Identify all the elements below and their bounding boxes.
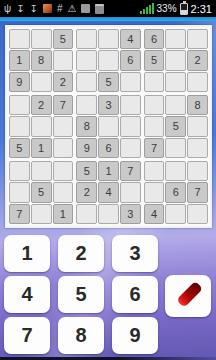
cell-r8c4[interactable]: 2 xyxy=(76,182,97,202)
numpad-key-4[interactable]: 4 xyxy=(4,276,50,313)
eraser-icon xyxy=(174,282,202,310)
cell-r8c2[interactable]: 5 xyxy=(31,182,52,202)
numpad-key-5[interactable]: 5 xyxy=(58,276,104,313)
cell-r8c5[interactable]: 4 xyxy=(98,182,119,202)
cell-r2c8[interactable] xyxy=(165,50,186,70)
cell-r1c6[interactable]: 4 xyxy=(120,29,141,49)
download-icon: ↧ xyxy=(30,0,38,17)
signal-icon xyxy=(140,3,154,14)
cell-r6c7[interactable]: 7 xyxy=(144,138,165,158)
numpad-key-9[interactable]: 9 xyxy=(112,317,158,354)
battery-icon xyxy=(180,3,188,15)
cell-r9c7[interactable]: 4 xyxy=(144,204,165,224)
cell-r2c9[interactable]: 2 xyxy=(187,50,208,70)
cell-r6c8[interactable] xyxy=(165,138,186,158)
cell-r5c9[interactable] xyxy=(187,116,208,136)
cell-r7c4[interactable]: 5 xyxy=(76,161,97,181)
numpad-key-6[interactable]: 6 xyxy=(112,276,158,313)
cell-r4c9[interactable]: 8 xyxy=(187,95,208,115)
cell-r5c1[interactable] xyxy=(9,116,30,136)
sudoku-board: 5189246565227513896857571517243674 xyxy=(5,25,212,228)
cell-r1c3[interactable]: 5 xyxy=(53,29,74,49)
cell-r3c1[interactable]: 9 xyxy=(9,72,30,92)
cell-r8c8[interactable]: 6 xyxy=(165,182,186,202)
cell-r8c7[interactable] xyxy=(144,182,165,202)
cell-r8c1[interactable] xyxy=(9,182,30,202)
cell-r4c3[interactable]: 7 xyxy=(53,95,74,115)
clipboard-icon xyxy=(95,4,104,14)
cell-r1c4[interactable] xyxy=(76,29,97,49)
cell-r9c5[interactable] xyxy=(98,204,119,224)
eraser-button[interactable] xyxy=(165,275,211,317)
block-1-3: 652 xyxy=(144,29,208,92)
block-3-1: 571 xyxy=(9,161,73,224)
block-3-3: 674 xyxy=(144,161,208,224)
cell-r1c9[interactable] xyxy=(187,29,208,49)
cell-r9c2[interactable] xyxy=(31,204,52,224)
cell-r8c6[interactable] xyxy=(120,182,141,202)
cell-r3c5[interactable]: 5 xyxy=(98,72,119,92)
cell-r1c8[interactable] xyxy=(165,29,186,49)
cell-r5c7[interactable] xyxy=(144,116,165,136)
cell-r2c7[interactable]: 5 xyxy=(144,50,165,70)
cell-r6c2[interactable]: 1 xyxy=(31,138,52,158)
cell-r6c3[interactable] xyxy=(53,138,74,158)
cell-r9c6[interactable]: 3 xyxy=(120,204,141,224)
clock: 2:31 xyxy=(191,3,212,15)
cell-r3c9[interactable] xyxy=(187,72,208,92)
cell-r2c4[interactable] xyxy=(76,50,97,70)
cell-r3c4[interactable] xyxy=(76,72,97,92)
cell-r4c8[interactable] xyxy=(165,95,186,115)
cell-r6c4[interactable]: 9 xyxy=(76,138,97,158)
cell-r5c8[interactable]: 5 xyxy=(165,116,186,136)
cell-r8c3[interactable] xyxy=(53,182,74,202)
cell-r4c1[interactable] xyxy=(9,95,30,115)
cell-r7c1[interactable] xyxy=(9,161,30,181)
cell-r6c5[interactable]: 6 xyxy=(98,138,119,158)
block-1-1: 51892 xyxy=(9,29,73,92)
cell-r2c6[interactable]: 6 xyxy=(120,50,141,70)
numpad-key-2[interactable]: 2 xyxy=(58,235,104,272)
cell-r7c6[interactable]: 7 xyxy=(120,161,141,181)
cell-r7c2[interactable] xyxy=(31,161,52,181)
cell-r2c5[interactable] xyxy=(98,50,119,70)
cell-r1c2[interactable] xyxy=(31,29,52,49)
cell-r5c2[interactable] xyxy=(31,116,52,136)
cell-r3c3[interactable]: 2 xyxy=(53,72,74,92)
cell-r9c3[interactable]: 1 xyxy=(53,204,74,224)
cell-r5c5[interactable] xyxy=(98,116,119,136)
numpad: 123456789 xyxy=(4,235,158,354)
cell-r1c1[interactable] xyxy=(9,29,30,49)
cell-r7c7[interactable] xyxy=(144,161,165,181)
status-bar: ψ ↧ ↧ # ⚠ 33% 2:31 xyxy=(0,0,216,17)
cell-r8c9[interactable]: 7 xyxy=(187,182,208,202)
cell-r7c9[interactable] xyxy=(187,161,208,181)
block-2-3: 857 xyxy=(144,95,208,158)
cell-r9c4[interactable] xyxy=(76,204,97,224)
cell-r9c1[interactable]: 7 xyxy=(9,204,30,224)
cell-r3c6[interactable] xyxy=(120,72,141,92)
square-icon xyxy=(81,4,90,13)
numpad-key-8[interactable]: 8 xyxy=(58,317,104,354)
cell-r3c8[interactable] xyxy=(165,72,186,92)
app-icon xyxy=(43,4,52,13)
cell-r6c1[interactable]: 5 xyxy=(9,138,30,158)
numpad-key-1[interactable]: 1 xyxy=(4,235,50,272)
cell-r6c9[interactable] xyxy=(187,138,208,158)
cell-r7c5[interactable]: 1 xyxy=(98,161,119,181)
cell-r5c3[interactable] xyxy=(53,116,74,136)
cell-r2c1[interactable]: 1 xyxy=(9,50,30,70)
download-icon: ↧ xyxy=(16,0,24,17)
cell-r1c7[interactable]: 6 xyxy=(144,29,165,49)
cell-r4c7[interactable] xyxy=(144,95,165,115)
cell-r9c8[interactable] xyxy=(165,204,186,224)
cell-r2c2[interactable]: 8 xyxy=(31,50,52,70)
cell-r4c4[interactable] xyxy=(76,95,97,115)
cell-r4c2[interactable]: 2 xyxy=(31,95,52,115)
block-1-2: 465 xyxy=(76,29,140,92)
cell-r9c9[interactable] xyxy=(187,204,208,224)
cell-r3c7[interactable] xyxy=(144,72,165,92)
cell-r5c4[interactable]: 8 xyxy=(76,116,97,136)
warning-icon: ⚠ xyxy=(67,0,76,17)
cell-r4c6[interactable] xyxy=(120,95,141,115)
cell-r5c6[interactable] xyxy=(120,116,141,136)
usb-icon: ψ xyxy=(4,0,11,17)
cell-r7c8[interactable] xyxy=(165,161,186,181)
cell-r6c6[interactable] xyxy=(120,138,141,158)
screen: ψ ↧ ↧ # ⚠ 33% 2:31 518924656522751389685… xyxy=(0,0,216,360)
header-stripe xyxy=(0,17,216,21)
hash-icon: # xyxy=(57,0,63,17)
block-3-2: 517243 xyxy=(76,161,140,224)
block-2-1: 2751 xyxy=(9,95,73,158)
cell-r1c5[interactable] xyxy=(98,29,119,49)
cell-r7c3[interactable] xyxy=(53,161,74,181)
numpad-key-3[interactable]: 3 xyxy=(112,235,158,272)
cell-r4c5[interactable]: 3 xyxy=(98,95,119,115)
cell-r2c3[interactable] xyxy=(53,50,74,70)
numpad-key-7[interactable]: 7 xyxy=(4,317,50,354)
cell-r3c2[interactable] xyxy=(31,72,52,92)
battery-percent: 33% xyxy=(157,3,177,14)
block-2-2: 3896 xyxy=(76,95,140,158)
